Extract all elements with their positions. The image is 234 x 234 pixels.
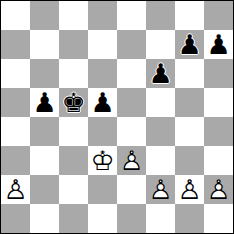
black-pawn: ♟ bbox=[30, 88, 59, 117]
square-g3[interactable] bbox=[175, 146, 204, 175]
black-pawn: ♟ bbox=[88, 88, 117, 117]
square-e3[interactable]: ♟♙ bbox=[117, 146, 146, 175]
white-pawn-glyph: ♙ bbox=[146, 175, 175, 204]
square-e7[interactable] bbox=[117, 30, 146, 59]
square-b5[interactable]: ♟ bbox=[30, 88, 59, 117]
square-h3[interactable] bbox=[204, 146, 233, 175]
square-a6[interactable] bbox=[1, 59, 30, 88]
square-c3[interactable] bbox=[59, 146, 88, 175]
square-h2[interactable]: ♟♙ bbox=[204, 175, 233, 204]
white-pawn: ♟♙ bbox=[1, 175, 30, 204]
square-f5[interactable] bbox=[146, 88, 175, 117]
square-c4[interactable] bbox=[59, 117, 88, 146]
square-b2[interactable] bbox=[30, 175, 59, 204]
square-a2[interactable]: ♟♙ bbox=[1, 175, 30, 204]
white-pawn-glyph: ♙ bbox=[117, 146, 146, 175]
square-h8[interactable] bbox=[204, 1, 233, 30]
square-g2[interactable]: ♟♙ bbox=[175, 175, 204, 204]
chess-board: ♟♟♟♟♚♟♚♔♟♙♟♙♟♙♟♙♟♙ bbox=[0, 0, 234, 234]
square-f8[interactable] bbox=[146, 1, 175, 30]
white-king: ♚♔ bbox=[88, 146, 117, 175]
square-c8[interactable] bbox=[59, 1, 88, 30]
square-c6[interactable] bbox=[59, 59, 88, 88]
black-pawn: ♟ bbox=[146, 59, 175, 88]
square-c1[interactable] bbox=[59, 204, 88, 233]
black-pawn: ♟ bbox=[204, 30, 233, 59]
black-pawn: ♟ bbox=[175, 30, 204, 59]
square-a1[interactable] bbox=[1, 204, 30, 233]
square-f6[interactable]: ♟ bbox=[146, 59, 175, 88]
square-g7[interactable]: ♟ bbox=[175, 30, 204, 59]
square-c2[interactable] bbox=[59, 175, 88, 204]
square-h7[interactable]: ♟ bbox=[204, 30, 233, 59]
square-e8[interactable] bbox=[117, 1, 146, 30]
square-c7[interactable] bbox=[59, 30, 88, 59]
white-pawn-glyph: ♙ bbox=[1, 175, 30, 204]
square-b6[interactable] bbox=[30, 59, 59, 88]
square-g8[interactable] bbox=[175, 1, 204, 30]
square-g4[interactable] bbox=[175, 117, 204, 146]
square-h4[interactable] bbox=[204, 117, 233, 146]
square-d3[interactable]: ♚♔ bbox=[88, 146, 117, 175]
square-d4[interactable] bbox=[88, 117, 117, 146]
square-d6[interactable] bbox=[88, 59, 117, 88]
square-e6[interactable] bbox=[117, 59, 146, 88]
square-b4[interactable] bbox=[30, 117, 59, 146]
square-e4[interactable] bbox=[117, 117, 146, 146]
white-king-glyph: ♔ bbox=[88, 146, 117, 175]
square-a4[interactable] bbox=[1, 117, 30, 146]
square-a7[interactable] bbox=[1, 30, 30, 59]
square-d8[interactable] bbox=[88, 1, 117, 30]
square-g1[interactable] bbox=[175, 204, 204, 233]
square-c5[interactable]: ♚ bbox=[59, 88, 88, 117]
black-pawn-glyph: ♟ bbox=[30, 88, 59, 117]
square-g6[interactable] bbox=[175, 59, 204, 88]
black-pawn-glyph: ♟ bbox=[146, 59, 175, 88]
white-pawn-glyph: ♙ bbox=[175, 175, 204, 204]
square-a3[interactable] bbox=[1, 146, 30, 175]
square-f7[interactable] bbox=[146, 30, 175, 59]
black-king-glyph: ♚ bbox=[59, 88, 88, 117]
square-g5[interactable] bbox=[175, 88, 204, 117]
square-f1[interactable] bbox=[146, 204, 175, 233]
square-h5[interactable] bbox=[204, 88, 233, 117]
square-b7[interactable] bbox=[30, 30, 59, 59]
square-d5[interactable]: ♟ bbox=[88, 88, 117, 117]
square-e1[interactable] bbox=[117, 204, 146, 233]
black-pawn-glyph: ♟ bbox=[88, 88, 117, 117]
black-king: ♚ bbox=[59, 88, 88, 117]
square-d7[interactable] bbox=[88, 30, 117, 59]
square-e2[interactable] bbox=[117, 175, 146, 204]
square-e5[interactable] bbox=[117, 88, 146, 117]
square-b1[interactable] bbox=[30, 204, 59, 233]
square-b8[interactable] bbox=[30, 1, 59, 30]
square-f4[interactable] bbox=[146, 117, 175, 146]
square-a8[interactable] bbox=[1, 1, 30, 30]
square-d2[interactable] bbox=[88, 175, 117, 204]
black-pawn-glyph: ♟ bbox=[204, 30, 233, 59]
white-pawn: ♟♙ bbox=[117, 146, 146, 175]
white-pawn: ♟♙ bbox=[204, 175, 233, 204]
square-d1[interactable] bbox=[88, 204, 117, 233]
square-h1[interactable] bbox=[204, 204, 233, 233]
square-f2[interactable]: ♟♙ bbox=[146, 175, 175, 204]
square-a5[interactable] bbox=[1, 88, 30, 117]
black-pawn-glyph: ♟ bbox=[175, 30, 204, 59]
white-pawn: ♟♙ bbox=[175, 175, 204, 204]
square-f3[interactable] bbox=[146, 146, 175, 175]
white-pawn-glyph: ♙ bbox=[204, 175, 233, 204]
square-h6[interactable] bbox=[204, 59, 233, 88]
square-b3[interactable] bbox=[30, 146, 59, 175]
white-pawn: ♟♙ bbox=[146, 175, 175, 204]
